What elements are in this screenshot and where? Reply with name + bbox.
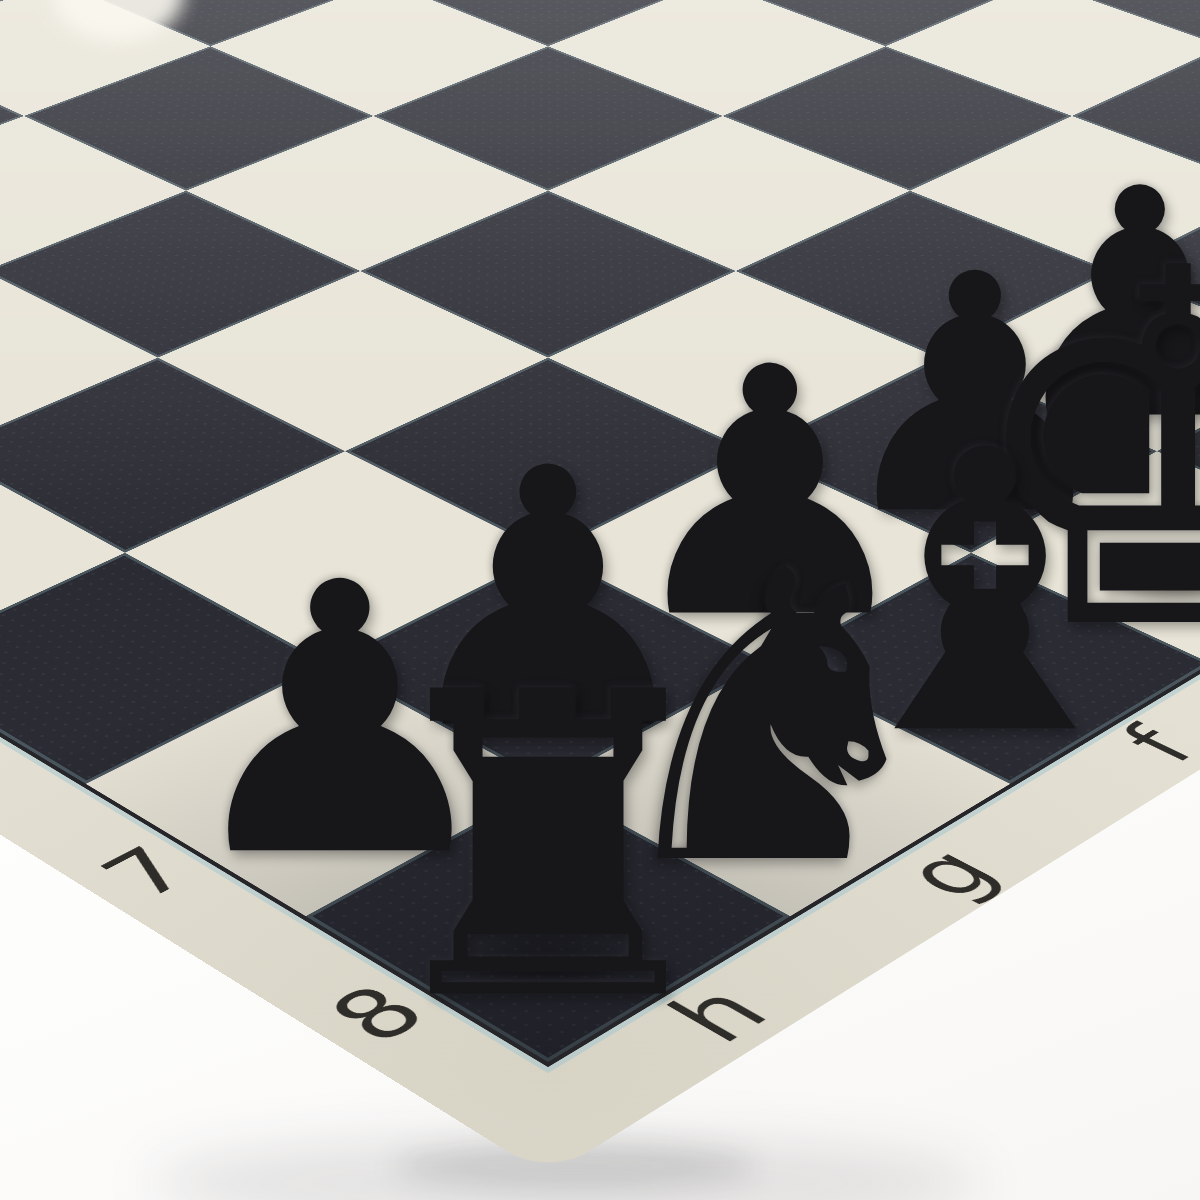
chess-photo-scene: abcdefgh 87654321 ♜♞♝♚♟♟♟♟♟ bbox=[0, 0, 1200, 1200]
pieces-layer: ♜♞♝♚♟♟♟♟♟ bbox=[0, 0, 1200, 1200]
piece-h8-black-rook: ♜ bbox=[360, 639, 736, 1058]
